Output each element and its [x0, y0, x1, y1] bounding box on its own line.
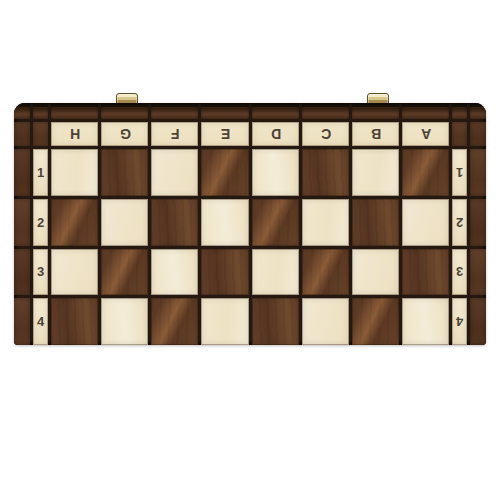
frame-segment	[470, 149, 486, 196]
frame-segment	[14, 149, 30, 196]
box-edge-segment	[302, 103, 349, 119]
frame-segment	[470, 298, 486, 345]
chess-board: HGFEDCBA11223344	[14, 103, 486, 345]
frame-segment	[33, 122, 48, 146]
rank-label-text: 2	[37, 215, 44, 230]
square-f2	[151, 199, 198, 246]
square-g1	[101, 149, 148, 196]
box-edge-segment	[14, 103, 30, 119]
square-h3	[51, 249, 98, 296]
square-d3	[252, 249, 299, 296]
frame-segment	[470, 199, 486, 246]
rank-label-left-1: 1	[33, 149, 48, 196]
file-label-g: G	[101, 122, 148, 146]
rank-label-text: 3	[456, 264, 463, 279]
frame-segment	[470, 122, 486, 146]
square-d2	[252, 199, 299, 246]
square-f3	[151, 249, 198, 296]
square-e4	[201, 298, 248, 345]
box-edge-segment	[402, 103, 449, 119]
rank-label-text: 1	[456, 165, 463, 180]
square-c1	[302, 149, 349, 196]
square-f1	[151, 149, 198, 196]
square-a3	[402, 249, 449, 296]
rank-label-left-4: 4	[33, 298, 48, 345]
box-edge-segment	[151, 103, 198, 119]
rank-label-text: 2	[456, 215, 463, 230]
rank-label-text: 1	[37, 165, 44, 180]
square-b1	[352, 149, 399, 196]
file-label-text: B	[370, 126, 381, 142]
box-edge-segment	[252, 103, 299, 119]
frame-segment	[14, 199, 30, 246]
square-e3	[201, 249, 248, 296]
file-label-text: G	[119, 126, 131, 142]
file-label-text: C	[320, 126, 331, 142]
square-a2	[402, 199, 449, 246]
product-photo-stage: HGFEDCBA11223344	[0, 0, 500, 500]
box-edge-segment	[352, 103, 399, 119]
rank-label-right-4: 4	[452, 298, 467, 345]
box-edge-segment	[101, 103, 148, 119]
square-d1	[252, 149, 299, 196]
rank-label-right-2: 2	[452, 199, 467, 246]
file-label-text: D	[270, 126, 281, 142]
box-edge-segment	[51, 103, 98, 119]
square-b4	[352, 298, 399, 345]
rank-label-text: 4	[456, 314, 463, 329]
rank-label-left-2: 2	[33, 199, 48, 246]
rank-label-left-3: 3	[33, 249, 48, 296]
frame-segment	[14, 122, 30, 146]
square-h2	[51, 199, 98, 246]
file-label-text: F	[170, 126, 180, 142]
square-e2	[201, 199, 248, 246]
box-edge-segment	[201, 103, 248, 119]
square-a4	[402, 298, 449, 345]
file-label-c: C	[302, 122, 349, 146]
frame-segment	[14, 298, 30, 345]
square-c3	[302, 249, 349, 296]
file-label-d: D	[252, 122, 299, 146]
rank-label-text: 3	[37, 264, 44, 279]
square-h1	[51, 149, 98, 196]
square-a1	[402, 149, 449, 196]
file-label-b: B	[352, 122, 399, 146]
square-b3	[352, 249, 399, 296]
rank-label-right-1: 1	[452, 149, 467, 196]
frame-segment	[452, 122, 467, 146]
square-g2	[101, 199, 148, 246]
file-label-e: E	[201, 122, 248, 146]
file-label-text: E	[220, 126, 230, 142]
square-g3	[101, 249, 148, 296]
file-label-text: H	[69, 126, 80, 142]
square-h4	[51, 298, 98, 345]
square-c2	[302, 199, 349, 246]
square-g4	[101, 298, 148, 345]
square-f4	[151, 298, 198, 345]
file-label-f: F	[151, 122, 198, 146]
file-label-a: A	[402, 122, 449, 146]
box-edge-segment	[452, 103, 467, 119]
rank-label-right-3: 3	[452, 249, 467, 296]
square-e1	[201, 149, 248, 196]
square-b2	[352, 199, 399, 246]
frame-segment	[470, 249, 486, 296]
box-edge-segment	[470, 103, 486, 119]
square-d4	[252, 298, 299, 345]
square-c4	[302, 298, 349, 345]
frame-segment	[14, 249, 30, 296]
rank-label-text: 4	[37, 314, 44, 329]
box-edge-segment	[33, 103, 48, 119]
file-label-h: H	[51, 122, 98, 146]
file-label-text: A	[420, 126, 431, 142]
